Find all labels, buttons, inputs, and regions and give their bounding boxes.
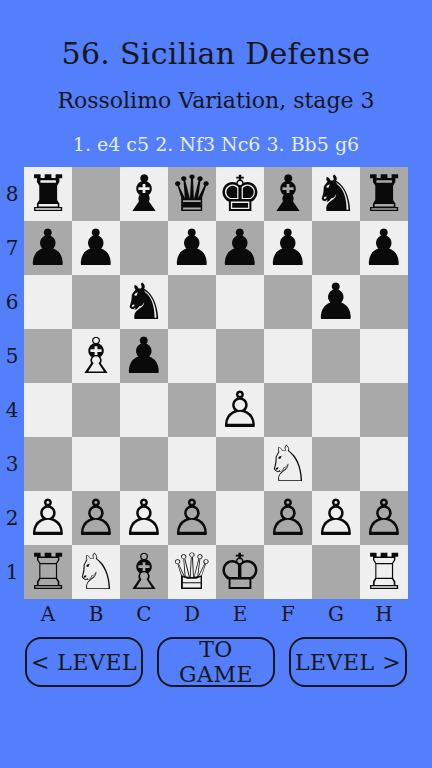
square-g7[interactable] [312, 221, 360, 275]
rank-label-8: 8 [0, 167, 24, 221]
controls-bar: < LEVEL TO GAME LEVEL > [0, 637, 432, 687]
square-d2[interactable]: ♙ [168, 491, 216, 545]
black-queen-piece: ♛ [170, 167, 215, 221]
white-knight-piece: ♘ [74, 545, 119, 599]
black-pawn-piece: ♟ [26, 221, 71, 275]
white-bishop-piece: ♗ [74, 329, 119, 383]
square-h2[interactable]: ♙ [360, 491, 408, 545]
app-background: 56. Sicilian Defense Rossolimo Variation… [0, 0, 432, 768]
black-pawn-piece: ♟ [74, 221, 119, 275]
square-e7[interactable]: ♟ [216, 221, 264, 275]
square-b6[interactable] [72, 275, 120, 329]
square-e4[interactable]: ♙ [216, 383, 264, 437]
prev-level-button[interactable]: < LEVEL [25, 637, 143, 687]
square-g8[interactable]: ♞ [312, 167, 360, 221]
move-list: 1. e4 c5 2. Nf3 Nc6 3. Bb5 g6 [0, 132, 432, 156]
black-pawn-piece: ♟ [170, 221, 215, 275]
white-pawn-piece: ♙ [314, 491, 359, 545]
square-c6[interactable]: ♞ [120, 275, 168, 329]
square-c2[interactable]: ♙ [120, 491, 168, 545]
white-queen-piece: ♕ [170, 545, 215, 599]
square-h4[interactable] [360, 383, 408, 437]
square-g1[interactable] [312, 545, 360, 599]
square-b5[interactable]: ♗ [72, 329, 120, 383]
file-label-h: H [360, 599, 408, 629]
to-game-button[interactable]: TO GAME [157, 637, 275, 687]
square-h6[interactable] [360, 275, 408, 329]
black-pawn-piece: ♟ [122, 329, 167, 383]
black-king-piece: ♚ [218, 167, 263, 221]
square-d6[interactable] [168, 275, 216, 329]
square-b7[interactable]: ♟ [72, 221, 120, 275]
square-b1[interactable]: ♘ [72, 545, 120, 599]
square-a1[interactable]: ♖ [24, 545, 72, 599]
square-g2[interactable]: ♙ [312, 491, 360, 545]
white-pawn-piece: ♙ [362, 491, 407, 545]
white-bishop-piece: ♗ [122, 545, 167, 599]
square-b8[interactable] [72, 167, 120, 221]
black-bishop-piece: ♝ [122, 167, 167, 221]
white-king-piece: ♔ [218, 545, 263, 599]
white-rook-piece: ♖ [26, 545, 71, 599]
white-pawn-piece: ♙ [218, 383, 263, 437]
square-d7[interactable]: ♟ [168, 221, 216, 275]
square-f7[interactable]: ♟ [264, 221, 312, 275]
square-c4[interactable] [120, 383, 168, 437]
file-label-g: G [312, 599, 360, 629]
square-g3[interactable] [312, 437, 360, 491]
black-knight-piece: ♞ [314, 167, 359, 221]
square-c8[interactable]: ♝ [120, 167, 168, 221]
square-b3[interactable] [72, 437, 120, 491]
square-d5[interactable] [168, 329, 216, 383]
square-f2[interactable]: ♙ [264, 491, 312, 545]
file-label-b: B [72, 599, 120, 629]
file-label-f: F [264, 599, 312, 629]
square-h5[interactable] [360, 329, 408, 383]
rank-label-3: 3 [0, 437, 24, 491]
chess-board: ♜♝♛♚♝♞♜♟♟♟♟♟♟♞♟♗♟♙♘♙♙♙♙♙♙♙♖♘♗♕♔♖ [24, 167, 408, 599]
square-a5[interactable] [24, 329, 72, 383]
black-rook-piece: ♜ [362, 167, 407, 221]
square-a2[interactable]: ♙ [24, 491, 72, 545]
square-c7[interactable] [120, 221, 168, 275]
square-g4[interactable] [312, 383, 360, 437]
black-bishop-piece: ♝ [266, 167, 311, 221]
square-d8[interactable]: ♛ [168, 167, 216, 221]
square-f4[interactable] [264, 383, 312, 437]
square-d3[interactable] [168, 437, 216, 491]
black-pawn-piece: ♟ [362, 221, 407, 275]
page-title: 56. Sicilian Defense [0, 0, 432, 72]
next-level-button[interactable]: LEVEL > [289, 637, 407, 687]
square-e1[interactable]: ♔ [216, 545, 264, 599]
square-e6[interactable] [216, 275, 264, 329]
square-f6[interactable] [264, 275, 312, 329]
white-pawn-piece: ♙ [266, 491, 311, 545]
black-knight-piece: ♞ [122, 275, 167, 329]
rank-label-2: 2 [0, 491, 24, 545]
square-h3[interactable] [360, 437, 408, 491]
rank-label-5: 5 [0, 329, 24, 383]
square-f1[interactable] [264, 545, 312, 599]
square-d1[interactable]: ♕ [168, 545, 216, 599]
white-pawn-piece: ♙ [74, 491, 119, 545]
black-rook-piece: ♜ [26, 167, 71, 221]
white-knight-piece: ♘ [266, 437, 311, 491]
rank-label-6: 6 [0, 275, 24, 329]
square-d4[interactable] [168, 383, 216, 437]
board-zone: 87654321 ♜♝♛♚♝♞♜♟♟♟♟♟♟♞♟♗♟♙♘♙♙♙♙♙♙♙♖♘♗♕♔… [0, 167, 432, 599]
square-g6[interactable]: ♟ [312, 275, 360, 329]
rank-label-1: 1 [0, 545, 24, 599]
square-f8[interactable]: ♝ [264, 167, 312, 221]
white-pawn-piece: ♙ [122, 491, 167, 545]
square-h1[interactable]: ♖ [360, 545, 408, 599]
rank-label-7: 7 [0, 221, 24, 275]
white-rook-piece: ♖ [362, 545, 407, 599]
rank-label-4: 4 [0, 383, 24, 437]
square-h7[interactable]: ♟ [360, 221, 408, 275]
file-label-c: C [120, 599, 168, 629]
square-e3[interactable] [216, 437, 264, 491]
square-c1[interactable]: ♗ [120, 545, 168, 599]
square-a8[interactable]: ♜ [24, 167, 72, 221]
file-label-e: E [216, 599, 264, 629]
square-h8[interactable]: ♜ [360, 167, 408, 221]
square-a3[interactable] [24, 437, 72, 491]
black-pawn-piece: ♟ [314, 275, 359, 329]
white-pawn-piece: ♙ [170, 491, 215, 545]
header: 56. Sicilian Defense Rossolimo Variation… [0, 0, 432, 156]
black-pawn-piece: ♟ [266, 221, 311, 275]
file-labels: ABCDEFGH [24, 599, 408, 629]
square-c5[interactable]: ♟ [120, 329, 168, 383]
variation-subtitle: Rossolimo Variation, stage 3 [0, 87, 432, 114]
rank-labels: 87654321 [0, 167, 24, 599]
square-a7[interactable]: ♟ [24, 221, 72, 275]
square-c3[interactable] [120, 437, 168, 491]
square-f3[interactable]: ♘ [264, 437, 312, 491]
square-f5[interactable] [264, 329, 312, 383]
black-pawn-piece: ♟ [218, 221, 263, 275]
file-label-d: D [168, 599, 216, 629]
white-pawn-piece: ♙ [26, 491, 71, 545]
square-e5[interactable] [216, 329, 264, 383]
square-e2[interactable] [216, 491, 264, 545]
square-e8[interactable]: ♚ [216, 167, 264, 221]
square-b4[interactable] [72, 383, 120, 437]
square-b2[interactable]: ♙ [72, 491, 120, 545]
square-a6[interactable] [24, 275, 72, 329]
square-a4[interactable] [24, 383, 72, 437]
square-g5[interactable] [312, 329, 360, 383]
file-label-a: A [24, 599, 72, 629]
